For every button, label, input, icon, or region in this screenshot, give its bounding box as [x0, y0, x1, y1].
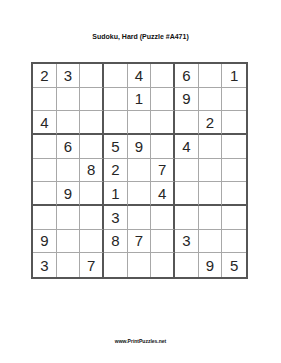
- cell-r5c2: [57, 159, 81, 183]
- cell-r3c7: [175, 111, 199, 135]
- cell-r7c2: [57, 206, 81, 230]
- cell-r1c9: 1: [222, 64, 246, 88]
- cell-r3c4: [104, 111, 128, 135]
- cell-r6c4: 1: [104, 182, 128, 206]
- cell-r5c9: [222, 159, 246, 183]
- cell-r3c2: [57, 111, 81, 135]
- sudoku-page: Sudoku, Hard (Puzzle #A471) 234611942659…: [0, 0, 281, 363]
- cell-r2c7: 9: [175, 88, 199, 112]
- cell-r1c2: 3: [57, 64, 81, 88]
- cell-r9c7: [175, 253, 199, 277]
- cell-r7c3: [80, 206, 104, 230]
- cell-r1c3: [80, 64, 104, 88]
- cell-r2c1: [33, 88, 57, 112]
- cell-r2c3: [80, 88, 104, 112]
- cell-r7c7: [175, 206, 199, 230]
- cell-r4c4: 5: [104, 135, 128, 159]
- cell-r2c9: [222, 88, 246, 112]
- cell-r3c9: [222, 111, 246, 135]
- cell-r3c3: [80, 111, 104, 135]
- cell-r1c4: [104, 64, 128, 88]
- cell-r9c1: 3: [33, 253, 57, 277]
- cell-r9c3: 7: [80, 253, 104, 277]
- cell-r8c4: 8: [104, 230, 128, 254]
- cell-r7c9: [222, 206, 246, 230]
- cell-r4c1: [33, 135, 57, 159]
- cell-r9c4: [104, 253, 128, 277]
- cell-r8c6: [151, 230, 175, 254]
- cell-r8c9: [222, 230, 246, 254]
- cell-r3c6: [151, 111, 175, 135]
- cell-r1c1: 2: [33, 64, 57, 88]
- cell-r5c4: 2: [104, 159, 128, 183]
- cell-r5c3: 8: [80, 159, 104, 183]
- cell-r3c8: 2: [199, 111, 223, 135]
- cell-r9c5: [128, 253, 152, 277]
- cell-r4c8: [199, 135, 223, 159]
- cell-r2c2: [57, 88, 81, 112]
- cell-r8c5: 7: [128, 230, 152, 254]
- cell-r7c5: [128, 206, 152, 230]
- sudoku-board: 2346119426594827914398733795: [31, 62, 248, 279]
- cell-r1c7: 6: [175, 64, 199, 88]
- cell-r1c8: [199, 64, 223, 88]
- cell-r6c5: [128, 182, 152, 206]
- cell-r4c7: 4: [175, 135, 199, 159]
- cell-r2c5: 1: [128, 88, 152, 112]
- cell-r4c5: 9: [128, 135, 152, 159]
- cell-r5c1: [33, 159, 57, 183]
- cell-r9c2: [57, 253, 81, 277]
- cell-r8c3: [80, 230, 104, 254]
- cell-r5c8: [199, 159, 223, 183]
- cell-r1c6: [151, 64, 175, 88]
- cell-r2c4: [104, 88, 128, 112]
- cell-r5c6: 7: [151, 159, 175, 183]
- cell-r8c7: 3: [175, 230, 199, 254]
- cell-r8c2: [57, 230, 81, 254]
- cell-r6c7: [175, 182, 199, 206]
- puzzle-title: Sudoku, Hard (Puzzle #A471): [0, 33, 281, 40]
- cell-r5c7: [175, 159, 199, 183]
- cell-r5c5: [128, 159, 152, 183]
- cell-r4c3: [80, 135, 104, 159]
- cell-r3c1: 4: [33, 111, 57, 135]
- cell-r8c1: 9: [33, 230, 57, 254]
- cell-r6c6: 4: [151, 182, 175, 206]
- cell-r1c5: 4: [128, 64, 152, 88]
- footer-url: www.PrintPuzzles.net: [0, 338, 281, 344]
- cell-r9c8: 9: [199, 253, 223, 277]
- cell-r2c8: [199, 88, 223, 112]
- cell-r3c5: [128, 111, 152, 135]
- cell-r6c1: [33, 182, 57, 206]
- cell-r4c2: 6: [57, 135, 81, 159]
- cell-r4c9: [222, 135, 246, 159]
- cell-r9c9: 5: [222, 253, 246, 277]
- cell-r6c3: [80, 182, 104, 206]
- cell-r8c8: [199, 230, 223, 254]
- cell-r7c6: [151, 206, 175, 230]
- cell-r7c4: 3: [104, 206, 128, 230]
- cell-r6c9: [222, 182, 246, 206]
- cell-r6c8: [199, 182, 223, 206]
- cell-r7c1: [33, 206, 57, 230]
- cell-r6c2: 9: [57, 182, 81, 206]
- cell-r2c6: [151, 88, 175, 112]
- cell-r9c6: [151, 253, 175, 277]
- cell-r7c8: [199, 206, 223, 230]
- cell-r4c6: [151, 135, 175, 159]
